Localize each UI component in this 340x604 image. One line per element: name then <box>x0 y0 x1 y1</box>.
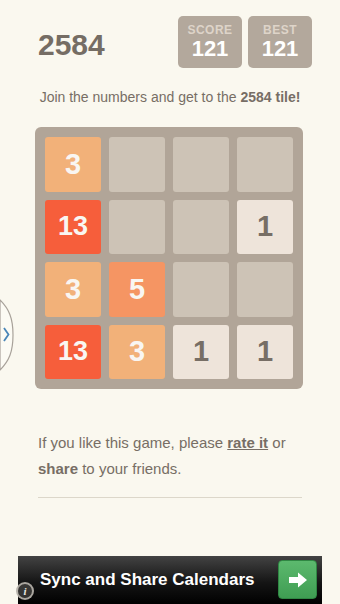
empty-cell-r2c3 <box>173 200 229 255</box>
pull-tab-shape <box>0 299 16 371</box>
subtitle: Join the numbers and get to the 2584 til… <box>0 89 340 105</box>
best-value: 121 <box>262 37 299 61</box>
tile-3-r3c1: 3 <box>45 262 101 317</box>
game-screen: 2584 SCORE 121 BEST 121 Join the numbers… <box>0 0 340 604</box>
tile-3-r1c1: 3 <box>45 137 101 192</box>
like-text: If you like this game, please rate it or… <box>38 430 318 482</box>
rate-it-link[interactable]: rate it <box>227 434 268 451</box>
best-box: BEST 121 <box>248 16 312 68</box>
best-label: BEST <box>263 23 297 37</box>
ad-banner[interactable]: Sync and Share Calendars <box>18 556 322 604</box>
subtitle-text: Join the numbers and get to the <box>40 89 241 105</box>
like-text-part: or <box>268 434 286 451</box>
score-box: SCORE 121 <box>178 16 242 68</box>
score-panel: SCORE 121 BEST 121 <box>178 16 312 68</box>
empty-cell-r3c4 <box>237 262 293 317</box>
empty-cell-r1c3 <box>173 137 229 192</box>
info-icon[interactable]: i <box>16 582 34 600</box>
drawer-pull-tab[interactable] <box>0 299 16 371</box>
ad-cta-button[interactable] <box>278 560 317 599</box>
subtitle-goal: 2584 tile! <box>240 89 300 105</box>
ad-text: Sync and Share Calendars <box>40 570 254 590</box>
tile-1-r2c4: 1 <box>237 200 293 255</box>
tile-5-r3c2: 5 <box>109 262 165 317</box>
score-label: SCORE <box>187 23 232 37</box>
tile-3-r4c2: 3 <box>109 325 165 380</box>
tile-1-r4c3: 1 <box>173 325 229 380</box>
right-arrow-icon <box>287 570 309 590</box>
board[interactable]: 31313513311 <box>35 127 303 389</box>
tile-1-r4c4: 1 <box>237 325 293 380</box>
share-link[interactable]: share <box>38 460 78 477</box>
empty-cell-r3c3 <box>173 262 229 317</box>
page-title: 2584 <box>38 28 105 62</box>
score-value: 121 <box>192 37 229 61</box>
divider <box>38 497 302 498</box>
empty-cell-r2c2 <box>109 200 165 255</box>
like-text-part: to your friends. <box>78 460 181 477</box>
empty-cell-r1c2 <box>109 137 165 192</box>
tile-13-r4c1: 13 <box>45 325 101 380</box>
tile-13-r2c1: 13 <box>45 200 101 255</box>
empty-cell-r1c4 <box>237 137 293 192</box>
like-text-part: If you like this game, please <box>38 434 227 451</box>
